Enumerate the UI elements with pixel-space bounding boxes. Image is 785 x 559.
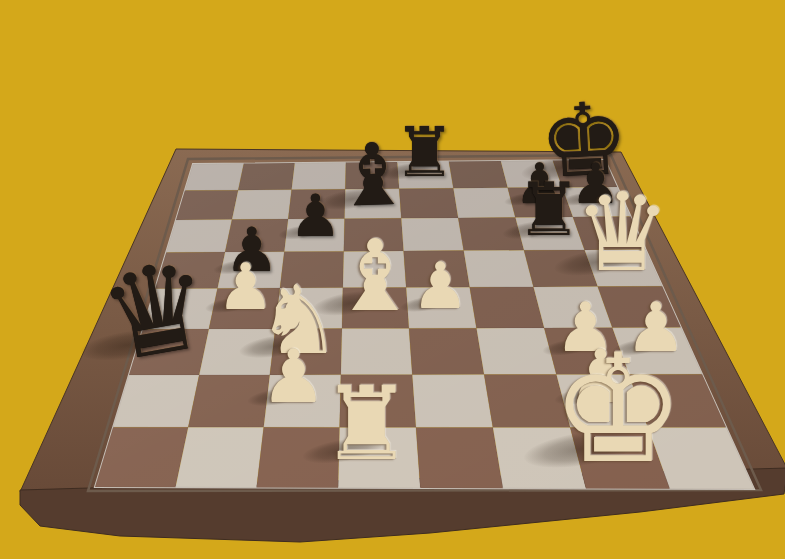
piece-black-queen-a3[interactable]: ♛ [92, 243, 221, 382]
piece-white-king-g1[interactable]: ♚ [551, 334, 685, 484]
piece-white-pawn-c2[interactable]: ♟ [261, 340, 327, 414]
piece-black-rook-g6[interactable]: ♜ [516, 173, 582, 246]
piece-white-queen-h5[interactable]: ♛ [574, 179, 671, 287]
piece-white-pawn-e4[interactable]: ♟ [411, 255, 468, 319]
chess-scene: ♚♜♟♟♝♜♟♛♟♟♝♟♟♟♞♛♟♟♜♚ [0, 0, 785, 559]
piece-black-bishop-d7[interactable]: ♝ [333, 132, 413, 220]
piece-white-bishop-d4[interactable]: ♝ [331, 227, 419, 325]
piece-white-rook-d1[interactable]: ♜ [321, 373, 412, 475]
